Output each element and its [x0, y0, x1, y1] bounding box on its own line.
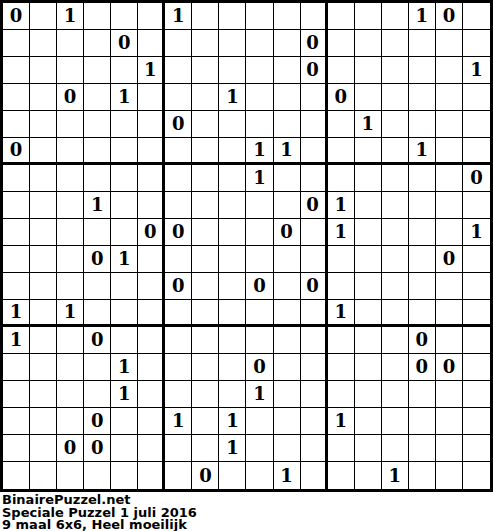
- cell-r10c13[interactable]: [328, 246, 355, 273]
- cell-r7c17[interactable]: [436, 165, 463, 192]
- cell-r14c4[interactable]: [84, 354, 111, 381]
- cell-r3c5[interactable]: [111, 57, 138, 84]
- cell-r16c17[interactable]: [436, 408, 463, 435]
- cell-r2c2[interactable]: [30, 30, 57, 57]
- cell-r10c9[interactable]: [219, 246, 246, 273]
- cell-r13c11[interactable]: [274, 327, 301, 354]
- cell-r5c15[interactable]: [382, 111, 409, 138]
- cell-r10c3[interactable]: [57, 246, 84, 273]
- cell-r14c13[interactable]: [328, 354, 355, 381]
- cell-r5c3[interactable]: [57, 111, 84, 138]
- cell-r15c12[interactable]: [301, 381, 328, 408]
- cell-r10c17: 0: [436, 246, 463, 273]
- cell-r9c17[interactable]: [436, 219, 463, 246]
- cell-r6c6[interactable]: [138, 138, 165, 165]
- cell-r2c6[interactable]: [138, 30, 165, 57]
- cell-r1c10[interactable]: [246, 3, 273, 30]
- cell-r7c2[interactable]: [30, 165, 57, 192]
- cell-r8c18[interactable]: [463, 192, 490, 219]
- cell-r13c7[interactable]: [165, 327, 192, 354]
- cell-r10c8[interactable]: [192, 246, 219, 273]
- cell-r14c8[interactable]: [192, 354, 219, 381]
- cell-r11c15[interactable]: [382, 273, 409, 300]
- cell-r1c6[interactable]: [138, 3, 165, 30]
- cell-r11c18[interactable]: [463, 273, 490, 300]
- cell-r13c10[interactable]: [246, 327, 273, 354]
- cell-r1c8[interactable]: [192, 3, 219, 30]
- cell-r6c9[interactable]: [219, 138, 246, 165]
- cell-r14c18[interactable]: [463, 354, 490, 381]
- cell-r8c4: 1: [84, 192, 111, 219]
- cell-r12c7[interactable]: [165, 300, 192, 327]
- cell-r11c1[interactable]: [3, 273, 30, 300]
- cell-r16c15[interactable]: [382, 408, 409, 435]
- cell-r3c13[interactable]: [328, 57, 355, 84]
- cell-r9c12[interactable]: [301, 219, 328, 246]
- cell-r11c2[interactable]: [30, 273, 57, 300]
- cell-r8c2[interactable]: [30, 192, 57, 219]
- cell-r2c14[interactable]: [355, 30, 382, 57]
- cell-r1c17: 0: [436, 3, 463, 30]
- cell-r15c17[interactable]: [436, 381, 463, 408]
- cell-r17c18[interactable]: [463, 435, 490, 462]
- cell-r10c18[interactable]: [463, 246, 490, 273]
- cell-r5c5[interactable]: [111, 111, 138, 138]
- cell-r1c9[interactable]: [219, 3, 246, 30]
- cell-r11c8[interactable]: [192, 273, 219, 300]
- cell-r11c13[interactable]: [328, 273, 355, 300]
- cell-r3c3[interactable]: [57, 57, 84, 84]
- cell-r18c12[interactable]: [301, 462, 328, 489]
- cell-r12c16[interactable]: [409, 300, 436, 327]
- cell-r15c9[interactable]: [219, 381, 246, 408]
- cell-r5c11[interactable]: [274, 111, 301, 138]
- cell-r3c12: 0: [301, 57, 328, 84]
- cell-r8c7[interactable]: [165, 192, 192, 219]
- cell-r14c15[interactable]: [382, 354, 409, 381]
- cell-r16c16[interactable]: [409, 408, 436, 435]
- cell-r16c11[interactable]: [274, 408, 301, 435]
- cell-r6c17[interactable]: [436, 138, 463, 165]
- cell-r1c5[interactable]: [111, 3, 138, 30]
- cell-r18c9[interactable]: [219, 462, 246, 489]
- cell-r12c9[interactable]: [219, 300, 246, 327]
- cell-r17c5[interactable]: [111, 435, 138, 462]
- cell-r10c5: 1: [111, 246, 138, 273]
- cell-r1c15[interactable]: [382, 3, 409, 30]
- cell-r18c14[interactable]: [355, 462, 382, 489]
- cell-r8c8[interactable]: [192, 192, 219, 219]
- cell-r6c7[interactable]: [165, 138, 192, 165]
- cell-r4c12[interactable]: [301, 84, 328, 111]
- cell-r12c11[interactable]: [274, 300, 301, 327]
- cell-r13c18[interactable]: [463, 327, 490, 354]
- cell-r14c6[interactable]: [138, 354, 165, 381]
- cell-r6c5[interactable]: [111, 138, 138, 165]
- cell-r4c15[interactable]: [382, 84, 409, 111]
- cell-r7c7[interactable]: [165, 165, 192, 192]
- cell-r5c2[interactable]: [30, 111, 57, 138]
- cell-r5c6[interactable]: [138, 111, 165, 138]
- cell-r11c5[interactable]: [111, 273, 138, 300]
- cell-r2c7[interactable]: [165, 30, 192, 57]
- cell-r7c11[interactable]: [274, 165, 301, 192]
- cell-r13c8[interactable]: [192, 327, 219, 354]
- cell-r10c4: 0: [84, 246, 111, 273]
- cell-r9c8[interactable]: [192, 219, 219, 246]
- cell-r15c10: 1: [246, 381, 273, 408]
- cell-r6c3[interactable]: [57, 138, 84, 165]
- cell-r8c1[interactable]: [3, 192, 30, 219]
- cell-r15c1[interactable]: [3, 381, 30, 408]
- cell-r13c12[interactable]: [301, 327, 328, 354]
- cell-r11c4[interactable]: [84, 273, 111, 300]
- cell-r13c9[interactable]: [219, 327, 246, 354]
- cell-r7c3[interactable]: [57, 165, 84, 192]
- cell-r6c10: 1: [246, 138, 273, 165]
- cell-r4c2[interactable]: [30, 84, 57, 111]
- cell-r12c14[interactable]: [355, 300, 382, 327]
- cell-r18c5[interactable]: [111, 462, 138, 489]
- cell-r16c9: 1: [219, 408, 246, 435]
- cell-r11c16[interactable]: [409, 273, 436, 300]
- cell-r14c3[interactable]: [57, 354, 84, 381]
- cell-r3c1[interactable]: [3, 57, 30, 84]
- cell-r12c4[interactable]: [84, 300, 111, 327]
- cell-r9c1[interactable]: [3, 219, 30, 246]
- cell-r9c5[interactable]: [111, 219, 138, 246]
- cell-r16c13: 1: [328, 408, 355, 435]
- cell-r14c7[interactable]: [165, 354, 192, 381]
- cell-r10c2[interactable]: [30, 246, 57, 273]
- cell-r12c17[interactable]: [436, 300, 463, 327]
- cell-r2c13[interactable]: [328, 30, 355, 57]
- cell-r15c16[interactable]: [409, 381, 436, 408]
- cell-r1c13[interactable]: [328, 3, 355, 30]
- cell-r14c12[interactable]: [301, 354, 328, 381]
- cell-r1c11[interactable]: [274, 3, 301, 30]
- cell-r16c4: 0: [84, 408, 111, 435]
- cell-r7c10: 1: [246, 165, 273, 192]
- cell-r2c3[interactable]: [57, 30, 84, 57]
- cell-r18c2[interactable]: [30, 462, 57, 489]
- cell-r15c7[interactable]: [165, 381, 192, 408]
- cell-r4c14[interactable]: [355, 84, 382, 111]
- cell-r14c11[interactable]: [274, 354, 301, 381]
- cell-r9c14[interactable]: [355, 219, 382, 246]
- cell-r11c14[interactable]: [355, 273, 382, 300]
- cell-r10c7[interactable]: [165, 246, 192, 273]
- cell-r16c5[interactable]: [111, 408, 138, 435]
- cell-r2c11[interactable]: [274, 30, 301, 57]
- cell-r1c14[interactable]: [355, 3, 382, 30]
- cell-r8c16[interactable]: [409, 192, 436, 219]
- cell-r18c1[interactable]: [3, 462, 30, 489]
- cell-r15c18[interactable]: [463, 381, 490, 408]
- cell-r3c14[interactable]: [355, 57, 382, 84]
- cell-r4c4[interactable]: [84, 84, 111, 111]
- cell-r14c17: 0: [436, 354, 463, 381]
- cell-r11c10: 0: [246, 273, 273, 300]
- cell-r4c6[interactable]: [138, 84, 165, 111]
- cell-r10c10[interactable]: [246, 246, 273, 273]
- cell-r4c5: 1: [111, 84, 138, 111]
- cell-r2c16[interactable]: [409, 30, 436, 57]
- cell-r12c5[interactable]: [111, 300, 138, 327]
- cell-r5c8[interactable]: [192, 111, 219, 138]
- cell-r6c15[interactable]: [382, 138, 409, 165]
- cell-r2c9[interactable]: [219, 30, 246, 57]
- cell-r12c15[interactable]: [382, 300, 409, 327]
- cell-r3c11[interactable]: [274, 57, 301, 84]
- cell-r13c3[interactable]: [57, 327, 84, 354]
- cell-r10c12[interactable]: [301, 246, 328, 273]
- cell-r9c16[interactable]: [409, 219, 436, 246]
- cell-r17c17[interactable]: [436, 435, 463, 462]
- cell-r5c1[interactable]: [3, 111, 30, 138]
- cell-r1c2[interactable]: [30, 3, 57, 30]
- cell-r3c10[interactable]: [246, 57, 273, 84]
- cell-r11c17[interactable]: [436, 273, 463, 300]
- cell-r15c13[interactable]: [328, 381, 355, 408]
- cell-r18c4[interactable]: [84, 462, 111, 489]
- cell-r16c10[interactable]: [246, 408, 273, 435]
- cell-r6c8[interactable]: [192, 138, 219, 165]
- cell-r7c4[interactable]: [84, 165, 111, 192]
- cell-r1c3: 1: [57, 3, 84, 30]
- cell-r17c13[interactable]: [328, 435, 355, 462]
- cell-r4c7[interactable]: [165, 84, 192, 111]
- cell-r7c1[interactable]: [3, 165, 30, 192]
- cell-r9c15[interactable]: [382, 219, 409, 246]
- cell-r3c9[interactable]: [219, 57, 246, 84]
- cell-r8c17[interactable]: [436, 192, 463, 219]
- cell-r5c4[interactable]: [84, 111, 111, 138]
- cell-r9c11: 0: [274, 219, 301, 246]
- cell-r2c8[interactable]: [192, 30, 219, 57]
- cell-r14c1[interactable]: [3, 354, 30, 381]
- cell-r17c11[interactable]: [274, 435, 301, 462]
- cell-r17c16[interactable]: [409, 435, 436, 462]
- cell-r3c17[interactable]: [436, 57, 463, 84]
- cell-r7c12[interactable]: [301, 165, 328, 192]
- cell-r18c13[interactable]: [328, 462, 355, 489]
- cell-r1c12[interactable]: [301, 3, 328, 30]
- cell-r14c2[interactable]: [30, 354, 57, 381]
- cell-r10c6[interactable]: [138, 246, 165, 273]
- cell-r16c8[interactable]: [192, 408, 219, 435]
- cell-r4c17[interactable]: [436, 84, 463, 111]
- cell-r7c16[interactable]: [409, 165, 436, 192]
- cell-r18c3[interactable]: [57, 462, 84, 489]
- cell-r17c7[interactable]: [165, 435, 192, 462]
- cell-r12c18[interactable]: [463, 300, 490, 327]
- cell-r15c4[interactable]: [84, 381, 111, 408]
- cell-r18c8: 0: [192, 462, 219, 489]
- cell-r8c10[interactable]: [246, 192, 273, 219]
- cell-r11c3[interactable]: [57, 273, 84, 300]
- cell-r7c15[interactable]: [382, 165, 409, 192]
- cell-r15c2[interactable]: [30, 381, 57, 408]
- cell-r10c1[interactable]: [3, 246, 30, 273]
- cell-r16c2[interactable]: [30, 408, 57, 435]
- cell-r2c18[interactable]: [463, 30, 490, 57]
- cell-r5c18[interactable]: [463, 111, 490, 138]
- cell-r3c2[interactable]: [30, 57, 57, 84]
- cell-r16c7: 1: [165, 408, 192, 435]
- cell-r8c12: 0: [301, 192, 328, 219]
- cell-r13c17[interactable]: [436, 327, 463, 354]
- cell-r6c4[interactable]: [84, 138, 111, 165]
- cell-r17c6[interactable]: [138, 435, 165, 462]
- cell-r14c10: 0: [246, 354, 273, 381]
- cell-r16c18[interactable]: [463, 408, 490, 435]
- board: 0111000101011001011110101000110100001111…: [0, 0, 493, 492]
- cell-r18c17[interactable]: [436, 462, 463, 489]
- cell-r9c3[interactable]: [57, 219, 84, 246]
- cell-r9c9[interactable]: [219, 219, 246, 246]
- cell-r7c5[interactable]: [111, 165, 138, 192]
- cell-r12c10[interactable]: [246, 300, 273, 327]
- cell-r1c1: 0: [3, 3, 30, 30]
- cell-r18c16[interactable]: [409, 462, 436, 489]
- cell-r2c1[interactable]: [3, 30, 30, 57]
- cell-r9c4[interactable]: [84, 219, 111, 246]
- cell-r5c17[interactable]: [436, 111, 463, 138]
- cell-r13c13[interactable]: [328, 327, 355, 354]
- cell-r3c18: 1: [463, 57, 490, 84]
- cell-r9c10[interactable]: [246, 219, 273, 246]
- cell-r7c6[interactable]: [138, 165, 165, 192]
- cell-r2c10[interactable]: [246, 30, 273, 57]
- cell-r6c13[interactable]: [328, 138, 355, 165]
- cell-r17c10[interactable]: [246, 435, 273, 462]
- cell-r6c18[interactable]: [463, 138, 490, 165]
- cell-r17c12[interactable]: [301, 435, 328, 462]
- cell-r17c1[interactable]: [3, 435, 30, 462]
- cell-r8c3[interactable]: [57, 192, 84, 219]
- cell-r16c1[interactable]: [3, 408, 30, 435]
- cell-r14c16: 0: [409, 354, 436, 381]
- cell-r3c7[interactable]: [165, 57, 192, 84]
- footer: BinairePuzzel.net Speciale Puzzel 1 juli…: [0, 492, 493, 531]
- cell-r4c8[interactable]: [192, 84, 219, 111]
- cell-r15c15[interactable]: [382, 381, 409, 408]
- cell-r2c4[interactable]: [84, 30, 111, 57]
- cell-r14c9[interactable]: [219, 354, 246, 381]
- cell-r16c12[interactable]: [301, 408, 328, 435]
- cell-r8c15[interactable]: [382, 192, 409, 219]
- cell-r17c2[interactable]: [30, 435, 57, 462]
- cell-r4c11[interactable]: [274, 84, 301, 111]
- cell-r7c14[interactable]: [355, 165, 382, 192]
- cell-r12c8[interactable]: [192, 300, 219, 327]
- cell-r16c14[interactable]: [355, 408, 382, 435]
- cell-r15c8[interactable]: [192, 381, 219, 408]
- cell-r5c10[interactable]: [246, 111, 273, 138]
- cell-r13c1: 1: [3, 327, 30, 354]
- cell-r11c9[interactable]: [219, 273, 246, 300]
- cell-r12c1: 1: [3, 300, 30, 327]
- cell-r5c12[interactable]: [301, 111, 328, 138]
- cell-r15c3[interactable]: [57, 381, 84, 408]
- cell-r7c9[interactable]: [219, 165, 246, 192]
- cell-r10c14[interactable]: [355, 246, 382, 273]
- cell-r4c18[interactable]: [463, 84, 490, 111]
- cell-r16c6[interactable]: [138, 408, 165, 435]
- cell-r18c7[interactable]: [165, 462, 192, 489]
- cell-r18c15: 1: [382, 462, 409, 489]
- cell-r18c18[interactable]: [463, 462, 490, 489]
- cell-r6c14[interactable]: [355, 138, 382, 165]
- cell-r6c11: 1: [274, 138, 301, 165]
- cell-r6c12[interactable]: [301, 138, 328, 165]
- cell-r5c16[interactable]: [409, 111, 436, 138]
- cell-r9c2[interactable]: [30, 219, 57, 246]
- cell-r5c13[interactable]: [328, 111, 355, 138]
- cell-r13c6[interactable]: [138, 327, 165, 354]
- cell-r6c2[interactable]: [30, 138, 57, 165]
- cell-r11c11[interactable]: [274, 273, 301, 300]
- cell-r11c6[interactable]: [138, 273, 165, 300]
- cell-r15c14[interactable]: [355, 381, 382, 408]
- cell-r3c4[interactable]: [84, 57, 111, 84]
- cell-r14c5: 1: [111, 354, 138, 381]
- cell-r4c16[interactable]: [409, 84, 436, 111]
- cell-r12c12[interactable]: [301, 300, 328, 327]
- cell-r12c6[interactable]: [138, 300, 165, 327]
- cell-r17c15[interactable]: [382, 435, 409, 462]
- cell-r10c16[interactable]: [409, 246, 436, 273]
- cell-r8c11[interactable]: [274, 192, 301, 219]
- cell-r8c5[interactable]: [111, 192, 138, 219]
- cell-r10c11[interactable]: [274, 246, 301, 273]
- cell-r15c6[interactable]: [138, 381, 165, 408]
- cell-r3c15[interactable]: [382, 57, 409, 84]
- cell-r13c14[interactable]: [355, 327, 382, 354]
- cell-r2c17[interactable]: [436, 30, 463, 57]
- cell-r13c2[interactable]: [30, 327, 57, 354]
- cell-r11c7: 0: [165, 273, 192, 300]
- cell-r13c5[interactable]: [111, 327, 138, 354]
- cell-r4c1[interactable]: [3, 84, 30, 111]
- cell-r4c10[interactable]: [246, 84, 273, 111]
- cell-r15c11[interactable]: [274, 381, 301, 408]
- cell-r16c3[interactable]: [57, 408, 84, 435]
- cell-r18c6[interactable]: [138, 462, 165, 489]
- cell-r17c14[interactable]: [355, 435, 382, 462]
- cell-r2c15[interactable]: [382, 30, 409, 57]
- cell-r12c2[interactable]: [30, 300, 57, 327]
- cell-r3c16[interactable]: [409, 57, 436, 84]
- cell-r10c15[interactable]: [382, 246, 409, 273]
- cell-r7c8[interactable]: [192, 165, 219, 192]
- cell-r1c4[interactable]: [84, 3, 111, 30]
- cell-r13c15[interactable]: [382, 327, 409, 354]
- cell-r13c16: 0: [409, 327, 436, 354]
- cell-r2c12: 0: [301, 30, 328, 57]
- cell-r1c18[interactable]: [463, 3, 490, 30]
- cell-r8c9[interactable]: [219, 192, 246, 219]
- cell-r7c13[interactable]: [328, 165, 355, 192]
- cell-r17c8[interactable]: [192, 435, 219, 462]
- cell-r8c14[interactable]: [355, 192, 382, 219]
- cell-r14c14[interactable]: [355, 354, 382, 381]
- cell-r18c10[interactable]: [246, 462, 273, 489]
- cell-r5c9[interactable]: [219, 111, 246, 138]
- cell-r3c8[interactable]: [192, 57, 219, 84]
- cell-r8c6[interactable]: [138, 192, 165, 219]
